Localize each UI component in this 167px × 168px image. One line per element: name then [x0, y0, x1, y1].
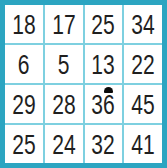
grid-cell-r1c3[interactable]: 25: [85, 5, 123, 43]
cell-value: 28: [52, 90, 75, 119]
cell-value: 17: [52, 10, 75, 39]
cell-value: 25: [12, 130, 35, 159]
grid-cell-r4c3[interactable]: 32: [85, 125, 123, 163]
grid-cell-r3c1[interactable]: 29: [5, 85, 43, 123]
cell-value: 45: [131, 90, 154, 119]
grid-cell-r2c1[interactable]: 6: [5, 45, 43, 83]
grid-cell-r2c4[interactable]: 22: [124, 45, 162, 83]
grid-cell-r3c2[interactable]: 28: [45, 85, 83, 123]
cell-value: 5: [58, 50, 70, 79]
grid-cell-r1c1[interactable]: 18: [5, 5, 43, 43]
grid-cell-r4c4[interactable]: 41: [124, 125, 162, 163]
grid-cell-r1c4[interactable]: 34: [124, 5, 162, 43]
grid-cell-r3c3[interactable]: 36: [85, 85, 123, 123]
cell-value: 29: [12, 90, 35, 119]
cell-value: 22: [131, 50, 154, 79]
grid-cell-r4c2[interactable]: 24: [45, 125, 83, 163]
grid-cell-r4c1[interactable]: 25: [5, 125, 43, 163]
cell-value: 36: [92, 90, 115, 119]
cell-value: 6: [18, 50, 30, 79]
grid-cell-r1c2[interactable]: 17: [45, 5, 83, 43]
cell-value: 24: [52, 130, 75, 159]
cell-value: 34: [131, 10, 154, 39]
cell-value: 41: [131, 130, 154, 159]
cell-value: 13: [92, 50, 115, 79]
grid-cell-r2c2[interactable]: 5: [45, 45, 83, 83]
number-grid-board: 18 17 25 34 6 5 13 22 29 28 36 45 25 24 …: [0, 0, 167, 168]
cell-value: 32: [92, 130, 115, 159]
cell-value: 25: [92, 10, 115, 39]
grid-cell-r3c4[interactable]: 45: [124, 85, 162, 123]
cell-value: 18: [12, 10, 35, 39]
grid-cell-r2c3[interactable]: 13: [85, 45, 123, 83]
